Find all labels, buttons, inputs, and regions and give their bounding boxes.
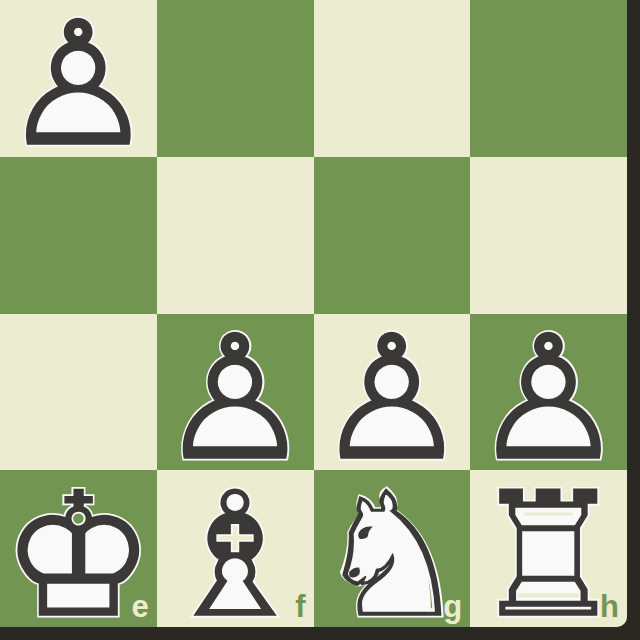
chess-board: ♟ ♙ ♟ ♙ ♟ ♙ ♟ ♙ xyxy=(0,0,627,627)
square-g3[interactable] xyxy=(314,157,471,314)
square-e3[interactable] xyxy=(0,157,157,314)
square-e1[interactable]: ♚ ♔ e xyxy=(0,470,157,627)
square-f3[interactable] xyxy=(157,157,314,314)
square-g2[interactable]: ♟ ♙ xyxy=(314,314,471,471)
white-pawn-e4[interactable]: ♟ ♙ xyxy=(0,0,157,157)
square-g4[interactable] xyxy=(314,0,471,157)
file-label-g: g xyxy=(443,591,462,622)
square-h2[interactable]: ♟ ♙ xyxy=(470,314,627,471)
square-h4[interactable] xyxy=(470,0,627,157)
white-pawn-f2[interactable]: ♟ ♙ xyxy=(157,314,314,471)
white-pawn-h2[interactable]: ♟ ♙ xyxy=(470,314,627,471)
page-background: ♟ ♙ ♟ ♙ ♟ ♙ ♟ ♙ xyxy=(0,0,640,640)
white-bishop-f1[interactable]: ♝ ♗ xyxy=(157,470,314,627)
piece-outline-glyph: ♙ xyxy=(157,314,314,471)
square-e2[interactable] xyxy=(0,314,157,471)
square-f4[interactable] xyxy=(157,0,314,157)
file-label-h: h xyxy=(600,591,619,622)
square-g1[interactable]: ♞ ♘ g xyxy=(314,470,471,627)
piece-outline-glyph: ♙ xyxy=(0,0,157,157)
file-label-e: e xyxy=(132,591,149,622)
piece-outline-glyph: ♗ xyxy=(157,470,314,627)
file-label-f: f xyxy=(295,591,305,622)
piece-outline-glyph: ♙ xyxy=(470,314,627,471)
square-e4[interactable]: ♟ ♙ xyxy=(0,0,157,157)
square-f1[interactable]: ♝ ♗ f xyxy=(157,470,314,627)
piece-outline-glyph: ♙ xyxy=(314,314,471,471)
white-pawn-g2[interactable]: ♟ ♙ xyxy=(314,314,471,471)
square-h3[interactable] xyxy=(470,157,627,314)
square-h1[interactable]: ♜ ♖ h xyxy=(470,470,627,627)
square-f2[interactable]: ♟ ♙ xyxy=(157,314,314,471)
